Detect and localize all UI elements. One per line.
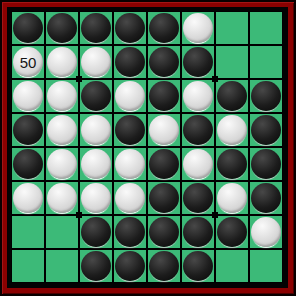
- cell-f3[interactable]: [181, 79, 215, 113]
- cell-c2[interactable]: [79, 45, 113, 79]
- cell-d6[interactable]: [113, 181, 147, 215]
- cell-f2[interactable]: [181, 45, 215, 79]
- cell-b5[interactable]: [45, 147, 79, 181]
- cell-b1[interactable]: [45, 11, 79, 45]
- star-point-icon: [76, 76, 82, 82]
- cell-d8[interactable]: [113, 249, 147, 283]
- disc-white: [47, 81, 77, 111]
- cell-f7[interactable]: [181, 215, 215, 249]
- cell-g1[interactable]: [215, 11, 249, 45]
- cell-c5[interactable]: [79, 147, 113, 181]
- cell-h5[interactable]: [249, 147, 283, 181]
- disc-white: [81, 47, 111, 77]
- cell-g6[interactable]: [215, 181, 249, 215]
- last-move-number: 50: [20, 55, 37, 70]
- disc-black: [217, 217, 247, 247]
- disc-white: [47, 47, 77, 77]
- cell-h7[interactable]: [249, 215, 283, 249]
- star-point-icon: [212, 212, 218, 218]
- cell-c6[interactable]: [79, 181, 113, 215]
- disc-black: [183, 47, 213, 77]
- cell-g4[interactable]: [215, 113, 249, 147]
- disc-white: [115, 81, 145, 111]
- disc-black: [149, 81, 179, 111]
- disc-black: [81, 251, 111, 281]
- disc-black: [251, 115, 281, 145]
- disc-black: [149, 149, 179, 179]
- disc-white: [47, 183, 77, 213]
- cell-e8[interactable]: [147, 249, 181, 283]
- cell-h2[interactable]: [249, 45, 283, 79]
- disc-black: [183, 115, 213, 145]
- disc-black: [81, 217, 111, 247]
- cell-e6[interactable]: [147, 181, 181, 215]
- disc-white: [47, 149, 77, 179]
- cell-f1[interactable]: [181, 11, 215, 45]
- disc-black: [149, 13, 179, 43]
- cell-b7[interactable]: [45, 215, 79, 249]
- cell-d2[interactable]: [113, 45, 147, 79]
- disc-white: [81, 115, 111, 145]
- cell-a6[interactable]: [11, 181, 45, 215]
- cell-b6[interactable]: [45, 181, 79, 215]
- cell-h1[interactable]: [249, 11, 283, 45]
- cell-d4[interactable]: [113, 113, 147, 147]
- disc-black: [149, 251, 179, 281]
- cell-e3[interactable]: [147, 79, 181, 113]
- disc-black: [13, 13, 43, 43]
- cell-h4[interactable]: [249, 113, 283, 147]
- cell-a5[interactable]: [11, 147, 45, 181]
- disc-white: [183, 149, 213, 179]
- cell-d5[interactable]: [113, 147, 147, 181]
- disc-black: [115, 47, 145, 77]
- cell-e2[interactable]: [147, 45, 181, 79]
- disc-black: [47, 13, 77, 43]
- cell-h6[interactable]: [249, 181, 283, 215]
- cell-e7[interactable]: [147, 215, 181, 249]
- disc-white: [81, 149, 111, 179]
- star-point-icon: [76, 212, 82, 218]
- cell-c7[interactable]: [79, 215, 113, 249]
- disc-white: [115, 149, 145, 179]
- cell-g3[interactable]: [215, 79, 249, 113]
- cell-g2[interactable]: [215, 45, 249, 79]
- disc-white: [217, 115, 247, 145]
- disc-white: [183, 81, 213, 111]
- cell-b4[interactable]: [45, 113, 79, 147]
- disc-black: [115, 251, 145, 281]
- disc-white: [149, 115, 179, 145]
- cell-e1[interactable]: [147, 11, 181, 45]
- disc-black: [183, 251, 213, 281]
- disc-black: [251, 81, 281, 111]
- cell-g5[interactable]: [215, 147, 249, 181]
- othello-board: 50: [11, 11, 283, 283]
- disc-white: 50: [13, 47, 43, 77]
- disc-white: [251, 217, 281, 247]
- cell-g7[interactable]: [215, 215, 249, 249]
- disc-black: [217, 149, 247, 179]
- cell-a1[interactable]: [11, 11, 45, 45]
- disc-white: [217, 183, 247, 213]
- disc-black: [115, 13, 145, 43]
- cell-f6[interactable]: [181, 181, 215, 215]
- cell-b8[interactable]: [45, 249, 79, 283]
- disc-black: [81, 13, 111, 43]
- disc-white: [47, 115, 77, 145]
- cell-f8[interactable]: [181, 249, 215, 283]
- cell-g8[interactable]: [215, 249, 249, 283]
- cell-d7[interactable]: [113, 215, 147, 249]
- disc-white: [13, 81, 43, 111]
- disc-black: [149, 183, 179, 213]
- disc-black: [183, 217, 213, 247]
- cell-c8[interactable]: [79, 249, 113, 283]
- cell-c3[interactable]: [79, 79, 113, 113]
- cell-d3[interactable]: [113, 79, 147, 113]
- cell-h8[interactable]: [249, 249, 283, 283]
- disc-black: [115, 217, 145, 247]
- disc-black: [115, 115, 145, 145]
- disc-black: [149, 47, 179, 77]
- cell-c1[interactable]: [79, 11, 113, 45]
- cell-b2[interactable]: [45, 45, 79, 79]
- disc-black: [13, 149, 43, 179]
- disc-black: [251, 183, 281, 213]
- cell-c4[interactable]: [79, 113, 113, 147]
- cell-f4[interactable]: [181, 113, 215, 147]
- cell-b3[interactable]: [45, 79, 79, 113]
- board-frame: 50: [0, 0, 296, 296]
- board-inner-border: 50: [7, 7, 288, 288]
- cell-a8[interactable]: [11, 249, 45, 283]
- cell-a7[interactable]: [11, 215, 45, 249]
- cell-e4[interactable]: [147, 113, 181, 147]
- disc-white: [13, 183, 43, 213]
- cell-e5[interactable]: [147, 147, 181, 181]
- cell-h3[interactable]: [249, 79, 283, 113]
- cell-a4[interactable]: [11, 113, 45, 147]
- cell-a2[interactable]: 50: [11, 45, 45, 79]
- star-point-icon: [212, 76, 218, 82]
- disc-black: [81, 81, 111, 111]
- cell-f5[interactable]: [181, 147, 215, 181]
- cell-a3[interactable]: [11, 79, 45, 113]
- disc-black: [183, 183, 213, 213]
- cell-d1[interactable]: [113, 11, 147, 45]
- disc-black: [217, 81, 247, 111]
- disc-black: [149, 217, 179, 247]
- disc-white: [81, 183, 111, 213]
- disc-black: [13, 115, 43, 145]
- disc-black: [251, 149, 281, 179]
- disc-white: [183, 13, 213, 43]
- disc-white: [115, 183, 145, 213]
